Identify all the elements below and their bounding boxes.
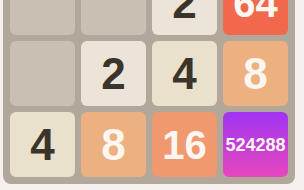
tile-8: 8 — [223, 41, 288, 106]
tile-2: 2 — [152, 0, 217, 35]
tile-524288: 524288 — [223, 112, 288, 177]
tile-64: 64 — [223, 0, 288, 35]
tile-4: 4 — [152, 41, 217, 106]
empty-cell — [10, 0, 75, 35]
empty-cell — [81, 0, 146, 35]
tile-16: 16 — [152, 112, 217, 177]
game-board[interactable]: 2642484816524288 — [3, 0, 295, 184]
empty-cell — [10, 41, 75, 106]
tile-2: 2 — [81, 41, 146, 106]
tile-4: 4 — [10, 112, 75, 177]
tile-8: 8 — [81, 112, 146, 177]
game-2048-viewport: 2642484816524288 — [0, 0, 304, 190]
